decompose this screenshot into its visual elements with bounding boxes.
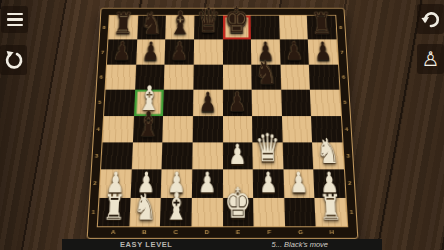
rank-label-5: 5: [340, 90, 349, 116]
square-c3[interactable]: [162, 142, 193, 169]
square-h6[interactable]: [309, 64, 339, 89]
square-g6[interactable]: [280, 64, 310, 89]
square-h7[interactable]: ♟: [308, 40, 338, 65]
file-label-e: E: [223, 227, 254, 237]
rotate-icon: [3, 50, 24, 71]
piece-black-pawn-e5[interactable]: ♟: [228, 88, 246, 114]
square-d4[interactable]: [193, 116, 223, 143]
square-c1[interactable]: ♝: [160, 198, 192, 227]
rank-label-2: 2: [345, 170, 355, 198]
piece-white-pawn-e3[interactable]: ♟: [228, 141, 246, 169]
square-f6[interactable]: ♞: [251, 64, 281, 89]
square-c6[interactable]: [164, 64, 194, 89]
square-d7[interactable]: [194, 40, 223, 65]
piece-black-pawn-h7[interactable]: ♟: [314, 38, 333, 63]
square-f8[interactable]: [251, 16, 280, 40]
piece-white-king-e1[interactable]: ♚: [224, 183, 251, 225]
square-g3[interactable]: [282, 142, 313, 169]
piece-black-pawn-d5[interactable]: ♟: [199, 88, 217, 114]
piece-white-pawn-f2[interactable]: ♟: [259, 168, 278, 197]
player-side-button[interactable]: ♙: [417, 44, 444, 74]
rank-label-5: 5: [95, 90, 104, 116]
square-g4[interactable]: [282, 116, 313, 143]
square-b7[interactable]: ♟: [136, 40, 166, 65]
square-a4[interactable]: [103, 116, 134, 143]
piece-black-rook-a8[interactable]: ♜: [112, 9, 134, 38]
piece-black-queen-d8[interactable]: ♛: [196, 5, 220, 39]
square-g1[interactable]: [284, 198, 316, 227]
square-f5[interactable]: [252, 90, 282, 116]
square-c5[interactable]: [163, 90, 193, 116]
white-pawn-icon: ♙: [422, 49, 440, 69]
piece-white-rook-a1[interactable]: ♜: [102, 190, 126, 225]
square-a8[interactable]: ♜: [108, 16, 138, 40]
square-g8[interactable]: [279, 16, 308, 40]
square-a1[interactable]: ♜: [98, 198, 130, 227]
square-e1[interactable]: ♚: [223, 198, 254, 227]
rank-label-2: 2: [90, 170, 100, 198]
file-label-h: H: [316, 227, 348, 237]
piece-white-pawn-g2[interactable]: ♟: [289, 168, 308, 197]
rank-label-1: 1: [347, 198, 357, 227]
square-d5[interactable]: ♟: [193, 90, 223, 116]
piece-black-bishop-b4[interactable]: ♝: [136, 106, 161, 141]
piece-white-rook-h1[interactable]: ♜: [319, 190, 343, 225]
rank-label-7: 7: [338, 40, 347, 65]
square-b4[interactable]: ♝: [133, 116, 164, 143]
piece-black-pawn-a7[interactable]: ♟: [113, 38, 132, 63]
file-label-g: G: [285, 227, 317, 237]
square-h5[interactable]: [310, 90, 341, 116]
piece-black-king-e8[interactable]: ♚: [224, 3, 249, 38]
rank-label-3: 3: [343, 142, 353, 169]
rank-label-3: 3: [92, 142, 102, 169]
square-h1[interactable]: ♜: [315, 198, 347, 227]
move-indicator: 5... Black's move: [272, 240, 328, 249]
square-e7[interactable]: [223, 40, 252, 65]
rank-label-4: 4: [342, 116, 352, 143]
piece-black-knight-b8[interactable]: ♞: [140, 8, 163, 39]
piece-white-knight-h3[interactable]: ♞: [316, 134, 340, 169]
square-a5[interactable]: [104, 90, 135, 116]
undo-arrow-icon: [420, 9, 441, 30]
piece-white-knight-b1[interactable]: ♞: [133, 189, 158, 225]
square-b8[interactable]: ♞: [137, 16, 166, 40]
square-e8[interactable]: ♚: [223, 16, 252, 40]
rank-label-4: 4: [93, 116, 103, 143]
rank-label-1: 1: [88, 198, 98, 227]
rank-label-6: 6: [339, 64, 348, 89]
square-f3[interactable]: ♛: [252, 142, 283, 169]
square-d1[interactable]: [191, 198, 222, 227]
square-g5[interactable]: [281, 90, 311, 116]
file-label-d: D: [191, 227, 222, 237]
rank-label-7: 7: [98, 40, 107, 65]
piece-white-bishop-c1[interactable]: ♝: [164, 187, 189, 225]
rank-label-8: 8: [100, 16, 109, 40]
square-e5[interactable]: ♟: [223, 90, 253, 116]
rank-label-8: 8: [336, 16, 345, 40]
difficulty-label: EASY LEVEL: [120, 240, 173, 249]
square-a7[interactable]: ♟: [107, 40, 137, 65]
file-label-a: A: [97, 227, 129, 237]
square-d8[interactable]: ♛: [194, 16, 223, 40]
file-label-c: C: [160, 227, 191, 237]
square-g7[interactable]: ♟: [280, 40, 310, 65]
square-d2[interactable]: ♟: [192, 170, 223, 198]
rotate-board-button[interactable]: [0, 45, 27, 75]
piece-white-pawn-d2[interactable]: ♟: [198, 168, 217, 197]
undo-button[interactable]: [417, 4, 444, 34]
status-bar: EASY LEVEL 5... Black's move: [62, 239, 382, 250]
board-grid: ♜♞♝♛♚♜♟♟♟♟♟♟♞♝♟♟♝♟♛♞♟♟♟♟♟♟♟♜♞♝♚♜: [98, 16, 347, 227]
square-d6[interactable]: [193, 64, 222, 89]
piece-black-pawn-b7[interactable]: ♟: [142, 38, 160, 63]
hamburger-icon: [7, 13, 23, 27]
file-label-b: B: [129, 227, 161, 237]
piece-black-pawn-g7[interactable]: ♟: [285, 38, 303, 63]
square-a3[interactable]: [101, 142, 133, 169]
piece-white-queen-f3[interactable]: ♛: [255, 130, 281, 169]
file-labels: ABCDEFGH: [97, 227, 347, 237]
square-f1[interactable]: [253, 198, 285, 227]
square-b1[interactable]: ♞: [129, 198, 161, 227]
rank-label-6: 6: [97, 64, 106, 89]
file-label-f: F: [254, 227, 285, 237]
square-h8[interactable]: ♜: [307, 16, 337, 40]
square-a6[interactable]: [106, 64, 136, 89]
square-c8[interactable]: ♝: [165, 16, 194, 40]
piece-black-rook-h8[interactable]: ♜: [311, 9, 333, 38]
square-e6[interactable]: [223, 64, 252, 89]
piece-black-bishop-c8[interactable]: ♝: [168, 7, 191, 39]
square-e3[interactable]: ♟: [223, 142, 253, 169]
square-h3[interactable]: ♞: [312, 142, 344, 169]
menu-button[interactable]: [1, 6, 28, 33]
square-f2[interactable]: ♟: [253, 170, 284, 198]
square-c4[interactable]: [163, 116, 193, 143]
chess-board: 87654321 87654321 ABCDEFGH ♜♞♝♛♚♜♟♟♟♟♟♟♞…: [87, 8, 359, 239]
square-g2[interactable]: ♟: [283, 170, 315, 198]
square-c7[interactable]: ♟: [165, 40, 194, 65]
piece-black-knight-f6[interactable]: ♞: [255, 57, 278, 89]
square-d3[interactable]: [192, 142, 222, 169]
chess-app: ♙ 87654321 87654321 ABCDEFGH ♜♞♝♛♚♜♟♟♟♟♟…: [0, 0, 444, 250]
piece-black-pawn-c7[interactable]: ♟: [170, 38, 188, 63]
square-b3[interactable]: [131, 142, 162, 169]
